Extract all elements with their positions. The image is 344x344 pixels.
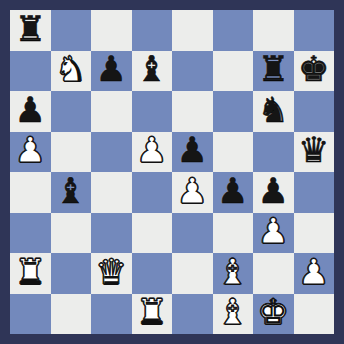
square-h6[interactable] (294, 91, 335, 132)
square-d5[interactable]: ♟ (132, 132, 173, 173)
square-a5[interactable]: ♟ (10, 132, 51, 173)
square-b5[interactable] (51, 132, 92, 173)
square-e7[interactable] (172, 51, 213, 92)
chess-board-frame: ♜♞♟♝♜♚♟♞♟♟♟♛♝♟♟♟♟♜♛♝♟♜♝♚ (0, 0, 344, 344)
piece-black-pawn[interactable]: ♟ (177, 133, 208, 168)
square-c1[interactable] (91, 294, 132, 335)
square-f4[interactable]: ♟ (213, 172, 254, 213)
square-c2[interactable]: ♛ (91, 253, 132, 294)
square-f5[interactable] (213, 132, 254, 173)
piece-white-queen[interactable]: ♛ (96, 255, 127, 290)
square-g3[interactable]: ♟ (253, 213, 294, 254)
square-a2[interactable]: ♜ (10, 253, 51, 294)
square-e6[interactable] (172, 91, 213, 132)
square-a8[interactable]: ♜ (10, 10, 51, 51)
square-d3[interactable] (132, 213, 173, 254)
square-h1[interactable] (294, 294, 335, 335)
piece-white-rook[interactable]: ♜ (136, 295, 167, 330)
square-d4[interactable] (132, 172, 173, 213)
square-g2[interactable] (253, 253, 294, 294)
square-a3[interactable] (10, 213, 51, 254)
square-a4[interactable] (10, 172, 51, 213)
square-f2[interactable]: ♝ (213, 253, 254, 294)
square-h2[interactable]: ♟ (294, 253, 335, 294)
square-e8[interactable] (172, 10, 213, 51)
square-e2[interactable] (172, 253, 213, 294)
piece-black-rook[interactable]: ♜ (258, 52, 289, 87)
square-g8[interactable] (253, 10, 294, 51)
square-c8[interactable] (91, 10, 132, 51)
piece-white-knight[interactable]: ♞ (55, 52, 86, 87)
square-b1[interactable] (51, 294, 92, 335)
piece-black-pawn[interactable]: ♟ (96, 52, 127, 87)
square-h8[interactable] (294, 10, 335, 51)
square-g1[interactable]: ♚ (253, 294, 294, 335)
square-f8[interactable] (213, 10, 254, 51)
piece-black-pawn[interactable]: ♟ (258, 174, 289, 209)
square-e3[interactable] (172, 213, 213, 254)
square-b8[interactable] (51, 10, 92, 51)
square-g5[interactable] (253, 132, 294, 173)
square-b7[interactable]: ♞ (51, 51, 92, 92)
square-d8[interactable] (132, 10, 173, 51)
square-c7[interactable]: ♟ (91, 51, 132, 92)
piece-white-rook[interactable]: ♜ (15, 255, 46, 290)
piece-black-queen[interactable]: ♛ (298, 133, 329, 168)
square-c3[interactable] (91, 213, 132, 254)
square-b4[interactable]: ♝ (51, 172, 92, 213)
piece-black-pawn[interactable]: ♟ (217, 174, 248, 209)
square-f6[interactable] (213, 91, 254, 132)
piece-black-king[interactable]: ♚ (298, 52, 329, 87)
square-e5[interactable]: ♟ (172, 132, 213, 173)
chess-board: ♜♞♟♝♜♚♟♞♟♟♟♛♝♟♟♟♟♜♛♝♟♜♝♚ (10, 10, 334, 334)
piece-white-pawn[interactable]: ♟ (258, 214, 289, 249)
square-g7[interactable]: ♜ (253, 51, 294, 92)
square-g4[interactable]: ♟ (253, 172, 294, 213)
piece-white-pawn[interactable]: ♟ (15, 133, 46, 168)
square-f1[interactable]: ♝ (213, 294, 254, 335)
square-g6[interactable]: ♞ (253, 91, 294, 132)
piece-black-pawn[interactable]: ♟ (15, 93, 46, 128)
piece-black-bishop[interactable]: ♝ (55, 174, 86, 209)
piece-black-knight[interactable]: ♞ (258, 93, 289, 128)
piece-white-pawn[interactable]: ♟ (136, 133, 167, 168)
square-h4[interactable] (294, 172, 335, 213)
square-d1[interactable]: ♜ (132, 294, 173, 335)
piece-white-bishop[interactable]: ♝ (217, 255, 248, 290)
square-b2[interactable] (51, 253, 92, 294)
square-f7[interactable] (213, 51, 254, 92)
square-e1[interactable] (172, 294, 213, 335)
square-b3[interactable] (51, 213, 92, 254)
square-h5[interactable]: ♛ (294, 132, 335, 173)
square-a1[interactable] (10, 294, 51, 335)
piece-black-rook[interactable]: ♜ (15, 12, 46, 47)
square-d6[interactable] (132, 91, 173, 132)
square-c4[interactable] (91, 172, 132, 213)
piece-black-bishop[interactable]: ♝ (136, 52, 167, 87)
square-b6[interactable] (51, 91, 92, 132)
piece-white-pawn[interactable]: ♟ (177, 174, 208, 209)
piece-white-king[interactable]: ♚ (258, 295, 289, 330)
square-a7[interactable] (10, 51, 51, 92)
piece-white-bishop[interactable]: ♝ (217, 295, 248, 330)
square-c5[interactable] (91, 132, 132, 173)
square-e4[interactable]: ♟ (172, 172, 213, 213)
square-h3[interactable] (294, 213, 335, 254)
square-f3[interactable] (213, 213, 254, 254)
square-c6[interactable] (91, 91, 132, 132)
square-h7[interactable]: ♚ (294, 51, 335, 92)
square-d2[interactable] (132, 253, 173, 294)
piece-white-pawn[interactable]: ♟ (298, 255, 329, 290)
square-d7[interactable]: ♝ (132, 51, 173, 92)
square-a6[interactable]: ♟ (10, 91, 51, 132)
